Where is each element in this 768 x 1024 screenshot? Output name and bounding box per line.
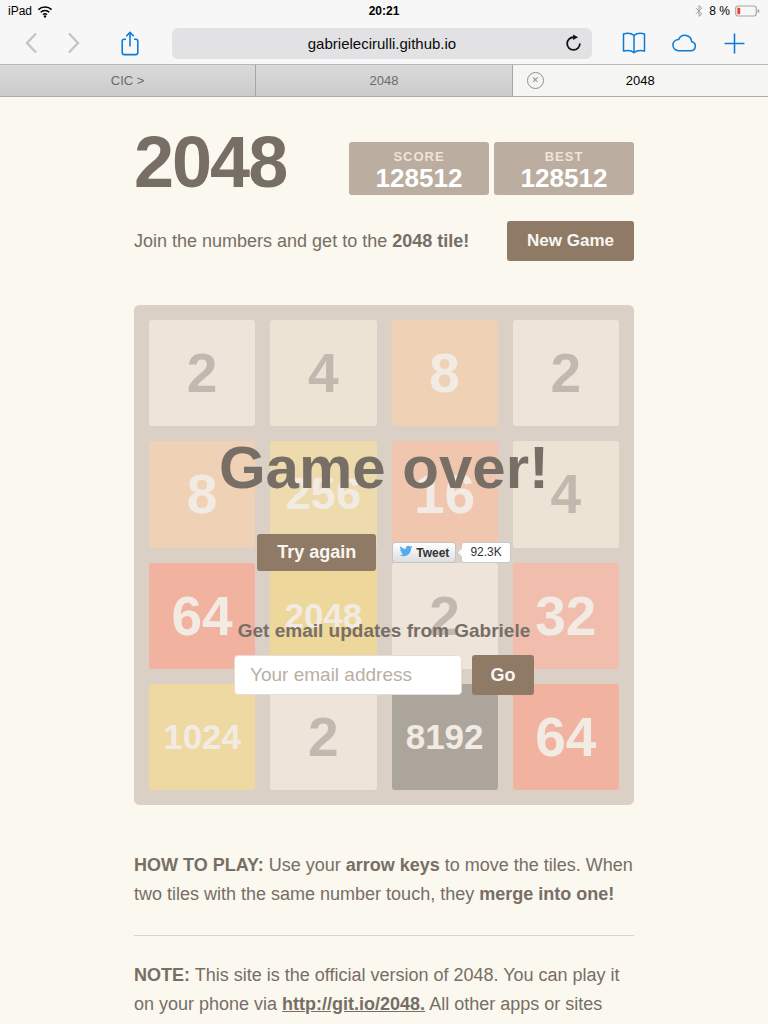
how-to-play-label: HOW TO PLAY: — [134, 855, 264, 875]
game-intro-bold: 2048 tile! — [392, 231, 469, 251]
email-input[interactable] — [234, 655, 462, 695]
tab-cic[interactable]: CIC > — [0, 65, 256, 96]
note-label: NOTE: — [134, 965, 190, 985]
best-box: BEST 128512 — [494, 142, 634, 195]
git-io-link[interactable]: http://git.io/2048. — [282, 994, 425, 1014]
icloud-tabs-icon[interactable] — [664, 26, 704, 60]
tab-bar: CIC > 2048 ✕ 2048 — [0, 64, 768, 97]
divider — [134, 935, 634, 936]
status-bar: iPad 20:21 8 % — [0, 0, 768, 22]
score-value: 128512 — [364, 164, 474, 192]
score-label: SCORE — [364, 149, 474, 164]
tab-2048-background[interactable]: 2048 — [256, 65, 512, 96]
game-intro-text: Join the numbers and get to the — [134, 231, 392, 251]
share-icon[interactable] — [110, 26, 150, 60]
try-again-button[interactable]: Try again — [257, 534, 376, 571]
note-text: NOTE: This site is the official version … — [134, 961, 634, 1019]
new-tab-plus-icon[interactable] — [714, 26, 754, 60]
tab-label: 2048 — [626, 73, 655, 88]
tweet-button[interactable]: Tweet — [392, 542, 456, 563]
twitter-bird-icon — [399, 545, 413, 560]
tab-2048-active[interactable]: ✕ 2048 — [513, 65, 768, 96]
game-over-message: Game over! — [134, 433, 634, 502]
new-game-button[interactable]: New Game — [507, 221, 634, 261]
how-to-play-text: HOW TO PLAY: Use your arrow keys to move… — [134, 851, 634, 909]
tweet-count[interactable]: 92.3K — [461, 542, 510, 563]
score-box: SCORE 128512 — [349, 142, 489, 195]
tweet-widget: Tweet 92.3K — [392, 542, 510, 563]
tab-label: 2048 — [370, 73, 399, 88]
back-chevron-icon[interactable] — [14, 26, 48, 60]
webpage-2048: 2048 SCORE 128512 BEST 128512 Join the n… — [0, 97, 768, 1024]
best-value: 128512 — [509, 164, 619, 192]
best-label: BEST — [509, 149, 619, 164]
game-intro: Join the numbers and get to the 2048 til… — [134, 231, 469, 252]
tab-label: CIC > — [111, 73, 145, 88]
email-form: Go — [234, 655, 534, 695]
forward-chevron-icon[interactable] — [56, 26, 90, 60]
page-title: 2048 — [134, 126, 286, 198]
game-board: 2482825616464204823210242819264 Game ove… — [134, 305, 634, 805]
go-button[interactable]: Go — [472, 655, 534, 695]
url-field[interactable]: gabrielecirulli.github.io — [172, 28, 592, 59]
clock: 20:21 — [0, 4, 768, 18]
email-updates-heading: Get email updates from Gabriele — [134, 620, 634, 642]
safari-toolbar: gabrielecirulli.github.io — [0, 22, 768, 64]
reload-icon[interactable] — [562, 33, 584, 55]
url-text: gabrielecirulli.github.io — [308, 35, 456, 52]
close-icon[interactable]: ✕ — [527, 72, 544, 89]
ipad-screen: iPad 20:21 8 % gabrielecirulli.git — [0, 0, 768, 1024]
tweet-label: Tweet — [416, 546, 449, 560]
bookmarks-icon[interactable] — [614, 26, 654, 60]
